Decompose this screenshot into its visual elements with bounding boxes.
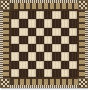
square-c2[interactable] [28,61,36,69]
square-f4[interactable] [52,44,60,52]
square-d6[interactable] [36,28,44,36]
square-h3[interactable] [69,52,77,60]
square-f7[interactable] [52,19,60,27]
square-g5[interactable] [61,36,69,44]
square-f8[interactable] [52,11,60,19]
border-edge-left [0,10,10,78]
square-a5[interactable] [11,36,19,44]
square-d1[interactable] [36,69,44,77]
square-c4[interactable] [28,44,36,52]
square-g2[interactable] [61,61,69,69]
square-d8[interactable] [36,11,44,19]
square-b1[interactable] [19,69,27,77]
square-d7[interactable] [36,19,44,27]
board-playfield [10,10,78,78]
square-e7[interactable] [44,19,52,27]
square-e1[interactable] [44,69,52,77]
square-h6[interactable] [69,28,77,36]
square-d2[interactable] [36,61,44,69]
square-a8[interactable] [11,11,19,19]
square-f1[interactable] [52,69,60,77]
square-a1[interactable] [11,69,19,77]
square-c1[interactable] [28,69,36,77]
square-e3[interactable] [44,52,52,60]
square-e8[interactable] [44,11,52,19]
square-h5[interactable] [69,36,77,44]
square-h8[interactable] [69,11,77,19]
square-f3[interactable] [52,52,60,60]
square-a4[interactable] [11,44,19,52]
square-g7[interactable] [61,19,69,27]
square-g4[interactable] [61,44,69,52]
square-g1[interactable] [61,69,69,77]
square-g6[interactable] [61,28,69,36]
square-d3[interactable] [36,52,44,60]
square-b7[interactable] [19,19,27,27]
square-c6[interactable] [28,28,36,36]
square-a3[interactable] [11,52,19,60]
outer-checker-ribbon-bottom [10,85,78,88]
square-a2[interactable] [11,61,19,69]
square-g8[interactable] [61,11,69,19]
square-c5[interactable] [28,36,36,44]
square-b8[interactable] [19,11,27,19]
chess-board [0,0,88,88]
photo-white-margin-right [88,0,90,90]
corner-medallion-top-left [0,0,10,10]
square-e2[interactable] [44,61,52,69]
square-b3[interactable] [19,52,27,60]
square-c7[interactable] [28,19,36,27]
square-a7[interactable] [11,19,19,27]
corner-medallion-bottom-left [0,78,10,88]
border-edge-right [78,10,88,78]
square-c8[interactable] [28,11,36,19]
square-f6[interactable] [52,28,60,36]
square-d5[interactable] [36,36,44,44]
square-e5[interactable] [44,36,52,44]
square-h4[interactable] [69,44,77,52]
square-h2[interactable] [69,61,77,69]
square-h7[interactable] [69,19,77,27]
square-c3[interactable] [28,52,36,60]
corner-medallion-bottom-right [78,78,88,88]
square-e4[interactable] [44,44,52,52]
square-e6[interactable] [44,28,52,36]
photo-background [0,0,90,90]
square-b5[interactable] [19,36,27,44]
square-b6[interactable] [19,28,27,36]
square-g3[interactable] [61,52,69,60]
square-h1[interactable] [69,69,77,77]
square-b2[interactable] [19,61,27,69]
square-f2[interactable] [52,61,60,69]
border-edge-top [10,0,78,10]
square-d4[interactable] [36,44,44,52]
border-edge-bottom [10,78,78,88]
square-a6[interactable] [11,28,19,36]
corner-medallion-top-right [78,0,88,10]
square-b4[interactable] [19,44,27,52]
square-f5[interactable] [52,36,60,44]
